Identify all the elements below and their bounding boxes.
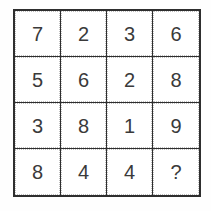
cell-value: 2 bbox=[78, 24, 89, 44]
cell-value: 4 bbox=[124, 162, 135, 182]
cell-value: 5 bbox=[32, 70, 43, 90]
cell-value: 6 bbox=[170, 24, 181, 44]
cell-r1c2: 2 bbox=[61, 11, 107, 57]
cell-r3c4: 9 bbox=[153, 103, 199, 149]
cell-r4c3: 4 bbox=[107, 149, 153, 195]
cell-value: 8 bbox=[32, 162, 43, 182]
puzzle-grid: 7 2 3 6 5 6 2 8 3 8 1 9 8 4 4 ? bbox=[13, 9, 201, 197]
cell-value: 7 bbox=[32, 24, 43, 44]
cell-r4c4-missing: ? bbox=[153, 149, 199, 195]
cell-value: 2 bbox=[124, 70, 135, 90]
cell-value: 1 bbox=[124, 116, 135, 136]
cell-value: 8 bbox=[78, 116, 89, 136]
cell-value: 3 bbox=[124, 24, 135, 44]
cell-r4c2: 4 bbox=[61, 149, 107, 195]
cell-r3c3: 1 bbox=[107, 103, 153, 149]
cell-r1c4: 6 bbox=[153, 11, 199, 57]
cell-value: 4 bbox=[78, 162, 89, 182]
cell-r1c3: 3 bbox=[107, 11, 153, 57]
cell-r2c2: 6 bbox=[61, 57, 107, 103]
cell-r1c1: 7 bbox=[15, 11, 61, 57]
cell-value: 6 bbox=[78, 70, 89, 90]
cell-r3c1: 3 bbox=[15, 103, 61, 149]
cell-r3c2: 8 bbox=[61, 103, 107, 149]
missing-value-question-mark: ? bbox=[170, 162, 181, 182]
cell-value: 3 bbox=[32, 116, 43, 136]
cell-value: 9 bbox=[170, 116, 181, 136]
cell-r2c3: 2 bbox=[107, 57, 153, 103]
cell-r2c4: 8 bbox=[153, 57, 199, 103]
cell-value: 8 bbox=[170, 70, 181, 90]
cell-r2c1: 5 bbox=[15, 57, 61, 103]
cell-r4c1: 8 bbox=[15, 149, 61, 195]
